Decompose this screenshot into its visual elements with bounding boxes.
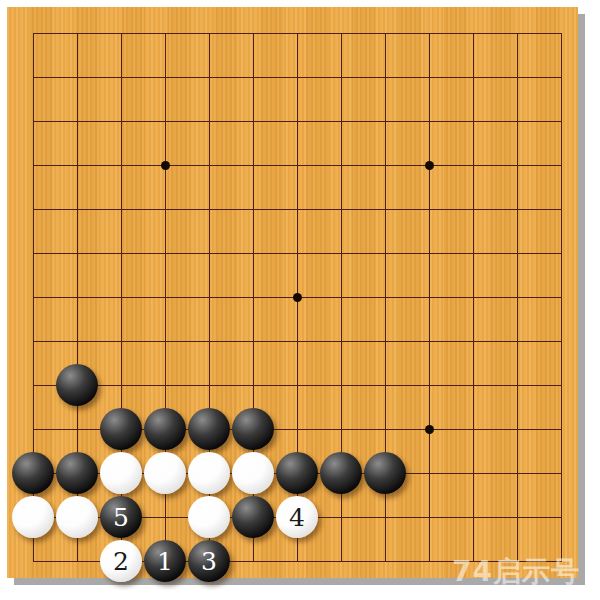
intersection-cell <box>143 99 187 143</box>
intersection-cell <box>99 275 143 319</box>
intersection-cell <box>99 99 143 143</box>
intersection-cell <box>11 187 55 231</box>
intersection-cell <box>495 495 539 539</box>
black-stone <box>188 408 230 450</box>
intersection-cell <box>495 11 539 55</box>
intersection-cell <box>143 275 187 319</box>
intersection-cell <box>99 319 143 363</box>
intersection-cell <box>495 363 539 407</box>
intersection-cell <box>231 231 275 275</box>
white-stone <box>12 496 54 538</box>
intersection-cell <box>451 319 495 363</box>
intersection-cell <box>11 319 55 363</box>
intersection-cell <box>143 495 187 539</box>
intersection-cell <box>11 407 55 451</box>
intersection-cell <box>451 11 495 55</box>
intersection-cell <box>99 187 143 231</box>
intersection-cell <box>539 495 583 539</box>
intersection-cell <box>539 319 583 363</box>
intersection-cell <box>319 99 363 143</box>
intersection-cell <box>539 143 583 187</box>
move-number-label: 5 <box>113 505 129 530</box>
intersection-cell <box>539 187 583 231</box>
black-stone <box>100 408 142 450</box>
white-stone <box>100 452 142 494</box>
intersection-cell <box>231 55 275 99</box>
intersection-cell <box>11 363 55 407</box>
black-stone <box>56 452 98 494</box>
intersection-cell <box>55 143 99 187</box>
intersection-cell <box>407 187 451 231</box>
white-stone-move-2: 2 <box>100 540 142 582</box>
intersection-cell <box>187 187 231 231</box>
intersection-cell <box>407 11 451 55</box>
intersection-cell <box>363 187 407 231</box>
intersection-cell <box>363 55 407 99</box>
intersection-cell <box>363 11 407 55</box>
intersection-cell <box>55 539 99 583</box>
intersection-cell <box>407 231 451 275</box>
intersection-cell <box>451 55 495 99</box>
intersection-cell <box>407 319 451 363</box>
intersection-cell <box>143 11 187 55</box>
intersection-cell <box>319 187 363 231</box>
black-stone-move-1: 1 <box>144 540 186 582</box>
intersection-cell <box>319 143 363 187</box>
intersection-cell <box>363 539 407 583</box>
intersection-cell <box>363 319 407 363</box>
intersection-cell <box>451 187 495 231</box>
intersection-cell <box>407 451 451 495</box>
intersection-cell <box>539 99 583 143</box>
intersection-cell <box>55 231 99 275</box>
intersection-cell <box>539 451 583 495</box>
intersection-cell <box>231 187 275 231</box>
intersection-cell <box>319 363 363 407</box>
intersection-cell <box>55 99 99 143</box>
intersection-cell <box>187 231 231 275</box>
intersection-cell <box>451 275 495 319</box>
intersection-cell <box>319 407 363 451</box>
move-number-label: 1 <box>157 549 173 574</box>
intersection-cell <box>495 99 539 143</box>
intersection-cell <box>55 187 99 231</box>
intersection-cell <box>407 539 451 583</box>
intersection-cell <box>275 99 319 143</box>
black-stone <box>276 452 318 494</box>
intersection-cell <box>495 451 539 495</box>
intersection-cell <box>451 231 495 275</box>
black-stone <box>232 408 274 450</box>
intersection-cell <box>231 539 275 583</box>
intersection-cell <box>143 55 187 99</box>
intersection-cell <box>275 11 319 55</box>
intersection-cell <box>407 495 451 539</box>
intersection-cell <box>495 407 539 451</box>
intersection-cell <box>99 363 143 407</box>
intersection-cell <box>55 55 99 99</box>
intersection-cell <box>319 11 363 55</box>
intersection-cell <box>231 11 275 55</box>
move-number-label: 2 <box>113 549 129 574</box>
intersection-cell <box>363 99 407 143</box>
intersection-cell <box>275 407 319 451</box>
intersection-cell <box>363 363 407 407</box>
intersection-cell <box>143 187 187 231</box>
intersection-cell <box>143 319 187 363</box>
intersection-cell <box>363 275 407 319</box>
intersection-cell <box>319 539 363 583</box>
intersection-cell <box>407 55 451 99</box>
intersection-cell <box>319 275 363 319</box>
move-number-label: 4 <box>289 505 305 530</box>
intersection-cell <box>11 11 55 55</box>
intersection-cell <box>275 143 319 187</box>
intersection-cell <box>275 539 319 583</box>
intersection-cell <box>319 231 363 275</box>
intersection-cell <box>363 143 407 187</box>
intersection-cell <box>99 143 143 187</box>
black-stone <box>320 452 362 494</box>
intersection-cell <box>187 55 231 99</box>
white-stone <box>232 452 274 494</box>
intersection-cell <box>231 99 275 143</box>
intersection-cell <box>539 11 583 55</box>
intersection-cell <box>187 99 231 143</box>
intersection-cell <box>451 363 495 407</box>
intersection-cell <box>407 143 451 187</box>
intersection-cell <box>55 407 99 451</box>
white-stone <box>188 496 230 538</box>
intersection-cell <box>319 319 363 363</box>
intersection-cell <box>451 407 495 451</box>
intersection-cell <box>539 407 583 451</box>
intersection-cell <box>407 99 451 143</box>
intersection-cell <box>363 407 407 451</box>
intersection-cell <box>451 143 495 187</box>
intersection-cell <box>539 231 583 275</box>
white-stone-move-4: 4 <box>276 496 318 538</box>
intersection-cell <box>187 319 231 363</box>
intersection-cell <box>55 275 99 319</box>
intersection-cell <box>407 363 451 407</box>
intersection-cell <box>363 231 407 275</box>
black-stone <box>12 452 54 494</box>
intersection-cell <box>99 55 143 99</box>
black-stone <box>364 452 406 494</box>
intersection-cell <box>495 319 539 363</box>
black-stone <box>144 408 186 450</box>
white-stone <box>188 452 230 494</box>
intersection-cell <box>495 143 539 187</box>
intersection-cell <box>231 143 275 187</box>
intersection-cell <box>143 231 187 275</box>
intersection-cell <box>187 11 231 55</box>
intersection-cell <box>143 363 187 407</box>
intersection-cell <box>187 363 231 407</box>
intersection-cell <box>275 319 319 363</box>
intersection-cell <box>143 143 187 187</box>
intersection-cell <box>275 363 319 407</box>
intersection-cell <box>407 275 451 319</box>
watermark: 74启示号 <box>452 553 580 591</box>
intersection-cell <box>275 187 319 231</box>
intersection-cell <box>407 407 451 451</box>
intersection-cell <box>275 231 319 275</box>
intersection-cell <box>539 363 583 407</box>
intersection-cell <box>319 55 363 99</box>
intersection-cell <box>451 451 495 495</box>
intersection-cell <box>11 231 55 275</box>
intersection-cell <box>11 99 55 143</box>
intersection-cell <box>539 55 583 99</box>
intersection-cell <box>451 495 495 539</box>
white-stone <box>144 452 186 494</box>
intersection-cell <box>11 539 55 583</box>
intersection-cell <box>275 55 319 99</box>
intersection-cell <box>451 99 495 143</box>
intersection-cell <box>187 275 231 319</box>
go-board: 54213 <box>7 7 578 578</box>
intersection-cell <box>99 231 143 275</box>
intersection-cell <box>495 55 539 99</box>
intersection-cell <box>11 55 55 99</box>
black-stone-move-3: 3 <box>188 540 230 582</box>
intersection-cell <box>495 187 539 231</box>
intersection-cell <box>231 275 275 319</box>
intersection-cell <box>11 143 55 187</box>
move-number-label: 3 <box>201 549 217 574</box>
black-stone <box>56 364 98 406</box>
white-stone <box>56 496 98 538</box>
intersection-cell <box>187 143 231 187</box>
intersection-cell <box>231 363 275 407</box>
black-stone <box>232 496 274 538</box>
intersection-cell <box>11 275 55 319</box>
board-grid: 54213 <box>11 11 583 583</box>
intersection-cell <box>319 495 363 539</box>
intersection-cell <box>55 319 99 363</box>
intersection-cell <box>55 11 99 55</box>
intersection-cell <box>363 495 407 539</box>
intersection-cell <box>99 11 143 55</box>
intersection-cell <box>539 275 583 319</box>
black-stone-move-5: 5 <box>100 496 142 538</box>
intersection-cell <box>275 275 319 319</box>
intersection-cell <box>495 275 539 319</box>
intersection-cell <box>231 319 275 363</box>
intersection-cell <box>495 231 539 275</box>
